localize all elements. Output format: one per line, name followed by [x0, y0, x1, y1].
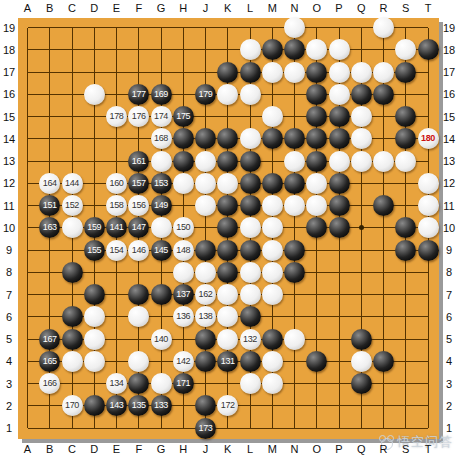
- white-stone: [240, 128, 261, 149]
- black-stone-move-151: 151: [39, 195, 60, 216]
- black-stone: [418, 240, 439, 261]
- coord-label-top: S: [395, 2, 417, 14]
- white-stone-move-158: 158: [106, 195, 127, 216]
- coord-label-right: 19: [441, 22, 457, 34]
- white-stone: [84, 329, 105, 350]
- black-stone: [262, 39, 283, 60]
- coord-label-top: F: [128, 2, 150, 14]
- white-stone-move-136: 136: [173, 306, 194, 327]
- white-stone: [240, 284, 261, 305]
- coord-label-right: 15: [441, 111, 457, 123]
- coord-label-left: 17: [1, 66, 17, 78]
- white-stone-move-174: 174: [151, 106, 172, 127]
- white-stone: [217, 284, 238, 305]
- white-stone: [418, 195, 439, 216]
- white-stone: [284, 62, 305, 83]
- coord-label-top: G: [150, 2, 172, 14]
- coord-label-right: 12: [441, 177, 457, 189]
- black-stone: [395, 240, 416, 261]
- coord-label-left: 16: [1, 88, 17, 100]
- coord-label-left: 1: [1, 422, 17, 434]
- black-stone: [240, 195, 261, 216]
- black-stone: [351, 373, 372, 394]
- black-stone: [240, 306, 261, 327]
- black-stone: [173, 151, 194, 172]
- black-stone: [240, 240, 261, 261]
- white-stone-move-160: 160: [106, 173, 127, 194]
- black-stone: [62, 306, 83, 327]
- white-stone: [329, 39, 350, 60]
- black-stone: [217, 262, 238, 283]
- white-stone-move-144: 144: [62, 173, 83, 194]
- black-stone: [62, 262, 83, 283]
- black-stone-move-133: 133: [151, 395, 172, 416]
- coord-label-bottom: K: [217, 443, 239, 455]
- white-stone-move-178: 178: [106, 106, 127, 127]
- black-stone: [262, 329, 283, 350]
- white-stone: [217, 306, 238, 327]
- black-stone: [195, 128, 216, 149]
- black-stone: [262, 173, 283, 194]
- white-stone: [351, 128, 372, 149]
- black-stone: [128, 373, 149, 394]
- coord-label-right: 7: [441, 289, 457, 301]
- white-stone: [351, 151, 372, 172]
- white-stone: [262, 195, 283, 216]
- black-stone: [329, 173, 350, 194]
- black-stone-move-169: 169: [151, 84, 172, 105]
- black-stone: [217, 62, 238, 83]
- black-stone: [284, 262, 305, 283]
- white-stone: [351, 351, 372, 372]
- coord-label-left: 15: [1, 111, 17, 123]
- white-stone: [373, 62, 394, 83]
- coord-label-left: 18: [1, 44, 17, 56]
- black-stone-move-177: 177: [128, 84, 149, 105]
- coord-label-right: 11: [441, 200, 457, 212]
- coord-label-top: T: [417, 2, 439, 14]
- black-stone: [84, 395, 105, 416]
- black-stone: [195, 395, 216, 416]
- white-stone-move-170: 170: [62, 395, 83, 416]
- black-stone: [240, 173, 261, 194]
- black-stone: [373, 84, 394, 105]
- coord-label-left: 4: [1, 355, 17, 367]
- black-stone-move-173: 173: [195, 418, 216, 439]
- black-stone: [351, 84, 372, 105]
- white-stone: [240, 373, 261, 394]
- white-stone: [173, 173, 194, 194]
- coord-label-bottom: C: [61, 443, 83, 455]
- coord-label-top: R: [373, 2, 395, 14]
- black-stone: [195, 240, 216, 261]
- black-stone: [373, 351, 394, 372]
- white-stone-move-166: 166: [39, 373, 60, 394]
- black-stone-move-137: 137: [173, 284, 194, 305]
- coord-label-bottom: M: [261, 443, 283, 455]
- coord-label-top: B: [39, 2, 61, 14]
- black-stone: [217, 217, 238, 238]
- black-stone-move-145: 145: [151, 240, 172, 261]
- white-stone: [84, 84, 105, 105]
- coord-label-bottom: G: [150, 443, 172, 455]
- coord-label-bottom: F: [128, 443, 150, 455]
- coord-label-bottom: O: [306, 443, 328, 455]
- black-stone: [329, 217, 350, 238]
- black-stone-move-167: 167: [39, 329, 60, 350]
- white-stone-move-134: 134: [106, 373, 127, 394]
- white-stone: [306, 39, 327, 60]
- coord-label-right: 17: [441, 66, 457, 78]
- white-stone-move-142: 142: [173, 351, 194, 372]
- black-stone-move-179: 179: [195, 84, 216, 105]
- black-stone: [240, 62, 261, 83]
- white-stone-move-140: 140: [151, 329, 172, 350]
- white-stone-move-146: 146: [128, 240, 149, 261]
- white-stone: [128, 306, 149, 327]
- grid-line-vertical: [294, 28, 295, 429]
- white-stone: [173, 262, 194, 283]
- coord-label-left: 10: [1, 222, 17, 234]
- black-stone-move-141: 141: [106, 217, 127, 238]
- black-stone-move-175: 175: [173, 106, 194, 127]
- coord-label-bottom: J: [195, 443, 217, 455]
- coord-label-left: 3: [1, 378, 17, 390]
- coord-label-top: D: [83, 2, 105, 14]
- black-stone: [217, 128, 238, 149]
- black-stone-move-165: 165: [39, 351, 60, 372]
- white-stone: [329, 62, 350, 83]
- coord-label-right: 13: [441, 155, 457, 167]
- white-stone-move-164: 164: [39, 173, 60, 194]
- black-stone-move-131: 131: [217, 351, 238, 372]
- white-stone: [217, 329, 238, 350]
- white-stone: [373, 151, 394, 172]
- coord-label-right: 1: [441, 422, 457, 434]
- black-stone-move-157: 157: [128, 173, 149, 194]
- black-stone: [128, 284, 149, 305]
- coord-label-left: 8: [1, 266, 17, 278]
- coord-label-right: 14: [441, 133, 457, 145]
- black-stone: [306, 62, 327, 83]
- coord-label-top: O: [306, 2, 328, 14]
- white-stone: [84, 306, 105, 327]
- coord-label-top: Q: [350, 2, 372, 14]
- white-stone: [306, 195, 327, 216]
- coord-label-top: K: [217, 2, 239, 14]
- white-stone: [284, 195, 305, 216]
- white-stone: [195, 262, 216, 283]
- coord-label-top: J: [195, 2, 217, 14]
- go-board[interactable]: 1771691791781761741751681801611641441601…: [18, 18, 439, 439]
- black-stone-move-149: 149: [151, 195, 172, 216]
- white-stone: [128, 351, 149, 372]
- black-stone: [284, 240, 305, 261]
- coord-label-top: C: [61, 2, 83, 14]
- coord-label-bottom: D: [83, 443, 105, 455]
- black-stone: [306, 151, 327, 172]
- white-stone: [351, 106, 372, 127]
- white-stone-move-180: 180: [418, 128, 439, 149]
- coord-label-bottom: E: [106, 443, 128, 455]
- white-stone: [284, 151, 305, 172]
- white-stone: [240, 262, 261, 283]
- coord-label-right: 16: [441, 88, 457, 100]
- white-stone: [306, 173, 327, 194]
- white-stone: [262, 106, 283, 127]
- coord-label-top: M: [261, 2, 283, 14]
- coord-label-left: 11: [1, 200, 17, 212]
- coord-label-top: P: [328, 2, 350, 14]
- black-stone: [217, 151, 238, 172]
- black-stone: [284, 173, 305, 194]
- black-stone: [329, 106, 350, 127]
- black-stone: [395, 128, 416, 149]
- black-stone-move-153: 153: [151, 173, 172, 194]
- black-stone: [306, 128, 327, 149]
- coord-label-right: 3: [441, 378, 457, 390]
- white-stone: [262, 62, 283, 83]
- white-stone: [240, 84, 261, 105]
- coord-label-left: 7: [1, 289, 17, 301]
- black-stone: [395, 217, 416, 238]
- white-stone: [62, 217, 83, 238]
- white-stone: [240, 39, 261, 60]
- coord-label-top: E: [106, 2, 128, 14]
- white-stone-move-148: 148: [173, 240, 194, 261]
- black-stone: [151, 284, 172, 305]
- white-stone: [373, 17, 394, 38]
- black-stone-move-161: 161: [128, 151, 149, 172]
- coord-label-bottom: T: [417, 443, 439, 455]
- black-stone: [262, 128, 283, 149]
- white-stone: [262, 240, 283, 261]
- white-stone: [418, 173, 439, 194]
- black-stone-move-135: 135: [128, 395, 149, 416]
- black-stone-move-159: 159: [84, 217, 105, 238]
- white-stone: [329, 151, 350, 172]
- coord-label-left: 19: [1, 22, 17, 34]
- black-stone: [195, 351, 216, 372]
- star-point: [359, 225, 364, 230]
- black-stone: [395, 62, 416, 83]
- coord-label-bottom: N: [284, 443, 306, 455]
- coord-label-bottom: Q: [350, 443, 372, 455]
- black-stone: [329, 195, 350, 216]
- black-stone: [306, 84, 327, 105]
- coord-label-bottom: B: [39, 443, 61, 455]
- coord-label-bottom: A: [17, 443, 39, 455]
- white-stone: [195, 151, 216, 172]
- white-stone-move-138: 138: [195, 306, 216, 327]
- black-stone: [284, 128, 305, 149]
- black-stone: [173, 128, 194, 149]
- coord-label-right: 10: [441, 222, 457, 234]
- white-stone: [151, 373, 172, 394]
- coord-label-right: 8: [441, 266, 457, 278]
- white-stone-move-156: 156: [128, 195, 149, 216]
- coord-label-left: 6: [1, 311, 17, 323]
- black-stone: [84, 284, 105, 305]
- white-stone-move-172: 172: [217, 395, 238, 416]
- white-stone: [62, 351, 83, 372]
- coord-label-left: 9: [1, 244, 17, 256]
- white-stone-move-132: 132: [240, 329, 261, 350]
- black-stone: [217, 240, 238, 261]
- black-stone-move-171: 171: [173, 373, 194, 394]
- coord-label-top: H: [172, 2, 194, 14]
- white-stone: [395, 39, 416, 60]
- black-stone: [329, 128, 350, 149]
- black-stone: [217, 195, 238, 216]
- white-stone: [351, 62, 372, 83]
- black-stone: [306, 217, 327, 238]
- screenshot-root: 1771691791781761741751681801611641441601…: [0, 0, 457, 457]
- black-stone: [306, 351, 327, 372]
- black-stone-move-163: 163: [39, 217, 60, 238]
- black-stone-move-147: 147: [128, 217, 149, 238]
- black-stone: [306, 106, 327, 127]
- coord-label-bottom: L: [239, 443, 261, 455]
- white-stone-move-168: 168: [151, 128, 172, 149]
- coord-label-bottom: H: [172, 443, 194, 455]
- coord-label-right: 9: [441, 244, 457, 256]
- black-stone: [240, 151, 261, 172]
- coord-label-left: 14: [1, 133, 17, 145]
- white-stone-move-154: 154: [106, 240, 127, 261]
- black-stone-move-155: 155: [84, 240, 105, 261]
- white-stone: [395, 151, 416, 172]
- coord-label-right: 18: [441, 44, 457, 56]
- white-stone: [195, 195, 216, 216]
- white-stone-move-162: 162: [195, 284, 216, 305]
- black-stone: [373, 195, 394, 216]
- coord-label-bottom: S: [395, 443, 417, 455]
- coord-label-bottom: P: [328, 443, 350, 455]
- black-stone: [240, 351, 261, 372]
- coord-label-top: L: [239, 2, 261, 14]
- white-stone-move-176: 176: [128, 106, 149, 127]
- coord-label-right: 6: [441, 311, 457, 323]
- coord-label-top: N: [284, 2, 306, 14]
- black-stone: [62, 329, 83, 350]
- white-stone: [262, 217, 283, 238]
- black-stone: [395, 106, 416, 127]
- white-stone: [262, 262, 283, 283]
- black-stone: [418, 39, 439, 60]
- white-stone-move-152: 152: [62, 195, 83, 216]
- coord-label-right: 4: [441, 355, 457, 367]
- white-stone: [217, 173, 238, 194]
- white-stone: [284, 17, 305, 38]
- coord-label-right: 2: [441, 400, 457, 412]
- white-stone: [195, 173, 216, 194]
- white-stone: [217, 84, 238, 105]
- grid-line-horizontal: [28, 428, 429, 429]
- coord-label-top: A: [17, 2, 39, 14]
- white-stone-move-150: 150: [173, 217, 194, 238]
- white-stone: [284, 329, 305, 350]
- white-stone: [240, 217, 261, 238]
- white-stone: [262, 351, 283, 372]
- black-stone: [195, 329, 216, 350]
- coord-label-left: 5: [1, 333, 17, 345]
- black-stone-move-143: 143: [106, 395, 127, 416]
- coord-label-bottom: R: [373, 443, 395, 455]
- white-stone: [329, 84, 350, 105]
- white-stone: [84, 351, 105, 372]
- white-stone: [151, 217, 172, 238]
- black-stone: [284, 39, 305, 60]
- coord-label-left: 12: [1, 177, 17, 189]
- white-stone: [262, 284, 283, 305]
- white-stone: [262, 373, 283, 394]
- coord-label-left: 2: [1, 400, 17, 412]
- coord-label-left: 13: [1, 155, 17, 167]
- white-stone: [151, 151, 172, 172]
- coord-label-right: 5: [441, 333, 457, 345]
- white-stone: [418, 217, 439, 238]
- black-stone: [351, 329, 372, 350]
